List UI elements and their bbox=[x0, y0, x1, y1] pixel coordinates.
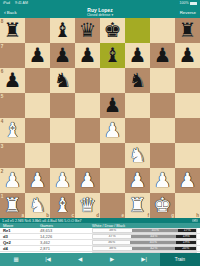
square-a1[interactable]: 1a♜ bbox=[0, 193, 25, 218]
black-knight-f6: ♞ bbox=[125, 68, 150, 93]
black-pawn-a6: ♟ bbox=[0, 68, 25, 93]
white-king-g1: ♚ bbox=[150, 193, 175, 218]
black-pawn-h7: ♟ bbox=[175, 43, 200, 68]
square-f8[interactable] bbox=[125, 18, 150, 43]
chess-board: 8♜♝♛♚♜7♟♟♟♝♟♟♟6♟♞♞5♟4♝♟3♞2♟♟♟♟♟♟♟1a♜b♞c♝… bbox=[0, 18, 200, 218]
square-a6[interactable]: 6♟ bbox=[0, 68, 25, 93]
square-e7[interactable]: ♝ bbox=[100, 43, 125, 68]
black-percent: 19% bbox=[176, 235, 196, 238]
white-pawn-d2: ♟ bbox=[75, 168, 100, 193]
result-bar: 38%42%20% bbox=[92, 246, 197, 251]
square-g1[interactable]: g♚ bbox=[150, 193, 175, 218]
square-e1[interactable]: e bbox=[100, 193, 125, 218]
row-games: 48,653 bbox=[40, 228, 92, 233]
square-a3[interactable]: 3 bbox=[0, 143, 25, 168]
black-knight-c6: ♞ bbox=[50, 68, 75, 93]
black-percent: 19% bbox=[176, 241, 196, 244]
white-percent: 38% bbox=[93, 247, 132, 250]
white-percent: 38% bbox=[93, 229, 132, 232]
train-button[interactable]: Train bbox=[160, 253, 200, 266]
rank-label-3: 3 bbox=[1, 144, 4, 149]
square-e2[interactable] bbox=[100, 168, 125, 193]
square-a5[interactable]: 5 bbox=[0, 93, 25, 118]
square-h2[interactable]: ♟ bbox=[175, 168, 200, 193]
row-games: 14,226 bbox=[40, 234, 92, 239]
white-pawn-c2: ♟ bbox=[50, 168, 75, 193]
white-rook-a1: ♜ bbox=[0, 193, 25, 218]
status-right: 100% bbox=[180, 1, 197, 5]
square-c3[interactable] bbox=[50, 143, 75, 168]
square-g5[interactable] bbox=[150, 93, 175, 118]
black-percent: 17% bbox=[178, 229, 196, 232]
skip-start-icon[interactable]: |◀ bbox=[32, 253, 64, 266]
square-h6[interactable] bbox=[175, 68, 200, 93]
header-results: White / Draw / Black bbox=[92, 224, 197, 228]
black-rook-a8: ♜ bbox=[0, 18, 25, 43]
black-percent: 20% bbox=[175, 247, 196, 250]
white-bishop-a4: ♝ bbox=[0, 118, 25, 143]
square-b5[interactable] bbox=[25, 93, 50, 118]
row-move: d4 bbox=[0, 246, 40, 251]
square-h5[interactable] bbox=[175, 93, 200, 118]
rank-label-7: 7 bbox=[1, 44, 4, 49]
square-g6[interactable] bbox=[150, 68, 175, 93]
square-a8[interactable]: 8♜ bbox=[0, 18, 25, 43]
toolbar-icons: ▦|◀◀▶▶| bbox=[0, 253, 160, 266]
white-pawn-a2: ♟ bbox=[0, 168, 25, 193]
square-f3[interactable]: ♞ bbox=[125, 143, 150, 168]
page-title: Ruy Lopez bbox=[87, 7, 112, 13]
battery-percent: 100% bbox=[180, 1, 189, 5]
black-bishop-e7: ♝ bbox=[100, 43, 125, 68]
square-b2[interactable]: ♟ bbox=[25, 168, 50, 193]
square-b8[interactable] bbox=[25, 18, 50, 43]
draw-percent: 42% bbox=[132, 247, 175, 250]
square-e5[interactable]: ♟ bbox=[100, 93, 125, 118]
row-move: Qe2 bbox=[0, 240, 40, 245]
black-king-e8: ♚ bbox=[100, 18, 125, 43]
white-rook-f1: ♜ bbox=[125, 193, 150, 218]
square-d1[interactable]: d♛ bbox=[75, 193, 100, 218]
square-h8[interactable]: ♜ bbox=[175, 18, 200, 43]
square-g3[interactable] bbox=[150, 143, 175, 168]
square-d5[interactable] bbox=[75, 93, 100, 118]
step-forward-icon[interactable]: ▶ bbox=[96, 253, 128, 266]
variation-selector[interactable]: Closed defense ▾ bbox=[87, 13, 113, 17]
row-games: 3,462 bbox=[40, 240, 92, 245]
square-h7[interactable]: ♟ bbox=[175, 43, 200, 68]
draw-percent: 45% bbox=[130, 241, 176, 244]
status-left: iPad 9:41 AM bbox=[3, 1, 32, 5]
black-bishop-c8: ♝ bbox=[50, 18, 75, 43]
square-f6[interactable]: ♞ bbox=[125, 68, 150, 93]
black-pawn-g7: ♟ bbox=[150, 43, 175, 68]
board-icon[interactable]: ▦ bbox=[0, 253, 32, 266]
black-queen-d8: ♛ bbox=[75, 18, 100, 43]
square-d2[interactable]: ♟ bbox=[75, 168, 100, 193]
square-c1[interactable]: c♝ bbox=[50, 193, 75, 218]
result-bar: 38%45%17% bbox=[92, 228, 197, 233]
square-e3[interactable] bbox=[100, 143, 125, 168]
square-d6[interactable] bbox=[75, 68, 100, 93]
white-pawn-h2: ♟ bbox=[175, 168, 200, 193]
draw-percent: 44% bbox=[131, 235, 176, 238]
chess-openings-app: iPad 9:41 AM 100% ‹ Back Ruy Lopez Close… bbox=[0, 0, 200, 266]
carrier-label: iPad bbox=[3, 1, 10, 5]
clock-label: 9:41 AM bbox=[15, 1, 28, 5]
nav-bar: ‹ Back Ruy Lopez Closed defense ▾ Revers… bbox=[0, 6, 200, 18]
rank-label-5: 5 bbox=[1, 94, 4, 99]
white-pawn-e4: ♟ bbox=[100, 118, 125, 143]
square-a2[interactable]: 2♟ bbox=[0, 168, 25, 193]
white-knight-b1: ♞ bbox=[25, 193, 50, 218]
white-percent: 37% bbox=[93, 235, 131, 238]
square-b4[interactable] bbox=[25, 118, 50, 143]
square-g2[interactable]: ♟ bbox=[150, 168, 175, 193]
square-c5[interactable] bbox=[50, 93, 75, 118]
square-d4[interactable] bbox=[75, 118, 100, 143]
square-e8[interactable]: ♚ bbox=[100, 18, 125, 43]
white-pawn-b2: ♟ bbox=[25, 168, 50, 193]
moves-badge: ✓ bbox=[192, 219, 198, 222]
reverse-button[interactable]: Reverse bbox=[180, 10, 196, 15]
row-move: d3 bbox=[0, 234, 40, 239]
black-pawn-e5: ♟ bbox=[100, 93, 125, 118]
black-pawn-d7: ♟ bbox=[75, 43, 100, 68]
square-g8[interactable] bbox=[150, 18, 175, 43]
row-games: 2,871 bbox=[40, 246, 92, 251]
draw-percent: 45% bbox=[132, 229, 178, 232]
black-pawn-b7: ♟ bbox=[25, 43, 50, 68]
square-b6[interactable] bbox=[25, 68, 50, 93]
chevron-down-icon: ▾ bbox=[111, 13, 113, 17]
square-h4[interactable] bbox=[175, 118, 200, 143]
square-h1[interactable]: h bbox=[175, 193, 200, 218]
back-label: Back bbox=[7, 10, 17, 15]
skip-end-icon[interactable]: ▶| bbox=[128, 253, 160, 266]
white-pawn-f2: ♟ bbox=[125, 168, 150, 193]
black-pawn-f7: ♟ bbox=[125, 43, 150, 68]
variation-label: Closed defense bbox=[87, 13, 111, 17]
white-knight-f3: ♞ bbox=[125, 143, 150, 168]
square-g4[interactable] bbox=[150, 118, 175, 143]
file-label-e: e bbox=[121, 213, 124, 218]
square-c6[interactable]: ♞ bbox=[50, 68, 75, 93]
square-d7[interactable]: ♟ bbox=[75, 43, 100, 68]
step-back-icon[interactable]: ◀ bbox=[64, 253, 96, 266]
bottom-toolbar: ▦|◀◀▶▶| Train bbox=[0, 253, 200, 266]
back-chevron-icon: ‹ bbox=[4, 10, 6, 14]
square-b3[interactable] bbox=[25, 143, 50, 168]
square-a7[interactable]: 7 bbox=[0, 43, 25, 68]
white-queen-d1: ♛ bbox=[75, 193, 100, 218]
square-f4[interactable] bbox=[125, 118, 150, 143]
square-c2[interactable]: ♟ bbox=[50, 168, 75, 193]
row-move: Re1 bbox=[0, 228, 40, 233]
black-rook-h8: ♜ bbox=[175, 18, 200, 43]
square-e6[interactable] bbox=[100, 68, 125, 93]
result-bar: 36%45%19% bbox=[92, 240, 197, 245]
white-bishop-c1: ♝ bbox=[50, 193, 75, 218]
black-pawn-c7: ♟ bbox=[50, 43, 75, 68]
white-pawn-g2: ♟ bbox=[150, 168, 175, 193]
square-f1[interactable]: f♜ bbox=[125, 193, 150, 218]
square-h3[interactable] bbox=[175, 143, 200, 168]
move-list: 1.e4 e5 2.Nf3 Nc6 3.Bb5 a6 4.Ba4 Nf6 5.O… bbox=[2, 219, 82, 223]
back-button[interactable]: ‹ Back bbox=[4, 10, 17, 15]
square-c8[interactable]: ♝ bbox=[50, 18, 75, 43]
battery-icon bbox=[190, 2, 197, 5]
file-label-h: h bbox=[196, 213, 199, 218]
square-e4[interactable]: ♟ bbox=[100, 118, 125, 143]
result-bar: 37%44%19% bbox=[92, 234, 197, 239]
square-a4[interactable]: 4♝ bbox=[0, 118, 25, 143]
square-d3[interactable] bbox=[75, 143, 100, 168]
square-f7[interactable]: ♟ bbox=[125, 43, 150, 68]
nav-title-group: Ruy Lopez Closed defense ▾ bbox=[0, 6, 200, 18]
square-c7[interactable]: ♟ bbox=[50, 43, 75, 68]
square-g7[interactable]: ♟ bbox=[150, 43, 175, 68]
square-d8[interactable]: ♛ bbox=[75, 18, 100, 43]
white-percent: 36% bbox=[93, 241, 130, 244]
square-f2[interactable]: ♟ bbox=[125, 168, 150, 193]
square-b7[interactable]: ♟ bbox=[25, 43, 50, 68]
square-c4[interactable] bbox=[50, 118, 75, 143]
square-f5[interactable] bbox=[125, 93, 150, 118]
square-b1[interactable]: b♞ bbox=[25, 193, 50, 218]
